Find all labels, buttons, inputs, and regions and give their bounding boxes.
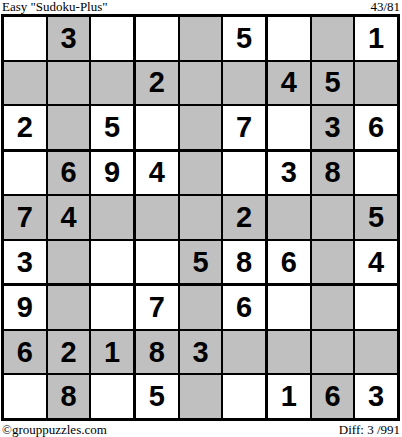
cell-r4c2[interactable]: 6 [48, 152, 90, 195]
cell-r8c7[interactable] [268, 331, 310, 374]
cell-r5c8[interactable] [312, 196, 354, 239]
cell-r5c3[interactable] [91, 196, 133, 239]
cell-r7c3[interactable] [91, 286, 133, 329]
cell-r3c8[interactable]: 3 [312, 106, 354, 149]
cell-r1c2[interactable]: 3 [48, 17, 90, 60]
cell-r1c5[interactable] [180, 17, 222, 60]
cell-r1c1[interactable] [4, 17, 46, 60]
cell-r4c3[interactable]: 9 [91, 152, 133, 195]
cell-r5c6[interactable]: 2 [223, 196, 265, 239]
difficulty-text: Diff: 3 /991 [339, 423, 400, 436]
cell-r2c9[interactable] [355, 62, 397, 105]
box-5: 4258 [136, 152, 265, 284]
cell-r3c6[interactable]: 7 [223, 106, 265, 149]
cell-r2c4[interactable]: 2 [136, 62, 178, 105]
cell-r9c1[interactable] [4, 375, 46, 418]
cell-r7c5[interactable] [180, 286, 222, 329]
cell-r5c9[interactable]: 5 [355, 196, 397, 239]
box-7: 96218 [4, 286, 133, 418]
cell-r4c6[interactable] [223, 152, 265, 195]
cell-r2c7[interactable]: 4 [268, 62, 310, 105]
cell-r1c8[interactable] [312, 17, 354, 60]
cell-r8c6[interactable] [223, 331, 265, 374]
cell-r7c2[interactable] [48, 286, 90, 329]
cell-r8c8[interactable] [312, 331, 354, 374]
cell-r1c7[interactable] [268, 17, 310, 60]
cell-r6c2[interactable] [48, 241, 90, 284]
cell-r2c1[interactable] [4, 62, 46, 105]
cell-r7c7[interactable] [268, 286, 310, 329]
cell-r2c8[interactable]: 5 [312, 62, 354, 105]
page-header: Easy "Sudoku-Plus" 43/81 [2, 0, 400, 14]
cell-r3c4[interactable] [136, 106, 178, 149]
cells-remaining-counter: 43/81 [370, 0, 400, 13]
cell-r3c2[interactable] [48, 106, 90, 149]
cell-r5c7[interactable] [268, 196, 310, 239]
cell-r9c4[interactable]: 5 [136, 375, 178, 418]
cell-r8c2[interactable]: 2 [48, 331, 90, 374]
cell-r4c1[interactable] [4, 152, 46, 195]
box-6: 38564 [268, 152, 397, 284]
cell-r4c9[interactable] [355, 152, 397, 195]
cell-r7c1[interactable]: 9 [4, 286, 46, 329]
cell-r6c1[interactable]: 3 [4, 241, 46, 284]
cell-r5c2[interactable]: 4 [48, 196, 90, 239]
cell-r3c7[interactable] [268, 106, 310, 149]
cell-r9c9[interactable]: 3 [355, 375, 397, 418]
page-footer: ©grouppuzzles.com Diff: 3 /991 [2, 423, 400, 436]
cell-r9c3[interactable] [91, 375, 133, 418]
cell-r7c8[interactable] [312, 286, 354, 329]
cell-r3c3[interactable]: 5 [91, 106, 133, 149]
cell-r9c5[interactable] [180, 375, 222, 418]
cell-r1c6[interactable]: 5 [223, 17, 265, 60]
sudoku-board: 32552714536697434258385649621876835163 [1, 14, 400, 421]
box-1: 325 [4, 17, 133, 149]
cell-r6c7[interactable]: 6 [268, 241, 310, 284]
cell-r3c9[interactable]: 6 [355, 106, 397, 149]
cell-r4c7[interactable]: 3 [268, 152, 310, 195]
cell-r7c6[interactable]: 6 [223, 286, 265, 329]
cell-r2c2[interactable] [48, 62, 90, 105]
box-9: 163 [268, 286, 397, 418]
puzzle-title: Easy "Sudoku-Plus" [2, 0, 108, 13]
cell-r7c4[interactable]: 7 [136, 286, 178, 329]
cell-r8c1[interactable]: 6 [4, 331, 46, 374]
box-4: 69743 [4, 152, 133, 284]
cell-r5c5[interactable] [180, 196, 222, 239]
cell-r4c8[interactable]: 8 [312, 152, 354, 195]
box-3: 14536 [268, 17, 397, 149]
cell-r1c3[interactable] [91, 17, 133, 60]
cell-r6c3[interactable] [91, 241, 133, 284]
cell-r6c5[interactable]: 5 [180, 241, 222, 284]
cell-r2c5[interactable] [180, 62, 222, 105]
cell-r1c4[interactable] [136, 17, 178, 60]
cell-r8c5[interactable]: 3 [180, 331, 222, 374]
cell-r8c3[interactable]: 1 [91, 331, 133, 374]
cell-r9c2[interactable]: 8 [48, 375, 90, 418]
puzzle-page: Easy "Sudoku-Plus" 43/81 325527145366974… [0, 0, 402, 437]
cell-r1c9[interactable]: 1 [355, 17, 397, 60]
cell-r2c3[interactable] [91, 62, 133, 105]
cell-r8c4[interactable]: 8 [136, 331, 178, 374]
cell-r6c4[interactable] [136, 241, 178, 284]
cell-r2c6[interactable] [223, 62, 265, 105]
cell-r5c1[interactable]: 7 [4, 196, 46, 239]
cell-r8c9[interactable] [355, 331, 397, 374]
cell-r7c9[interactable] [355, 286, 397, 329]
cell-r9c8[interactable]: 6 [312, 375, 354, 418]
cell-r4c4[interactable]: 4 [136, 152, 178, 195]
cell-r3c5[interactable] [180, 106, 222, 149]
copyright-text: ©grouppuzzles.com [2, 423, 107, 436]
cell-r6c9[interactable]: 4 [355, 241, 397, 284]
cell-r6c6[interactable]: 8 [223, 241, 265, 284]
box-2: 527 [136, 17, 265, 149]
cell-r9c6[interactable] [223, 375, 265, 418]
cell-r3c1[interactable]: 2 [4, 106, 46, 149]
cell-r9c7[interactable]: 1 [268, 375, 310, 418]
cell-r5c4[interactable] [136, 196, 178, 239]
cell-r6c8[interactable] [312, 241, 354, 284]
box-8: 76835 [136, 286, 265, 418]
cell-r4c5[interactable] [180, 152, 222, 195]
